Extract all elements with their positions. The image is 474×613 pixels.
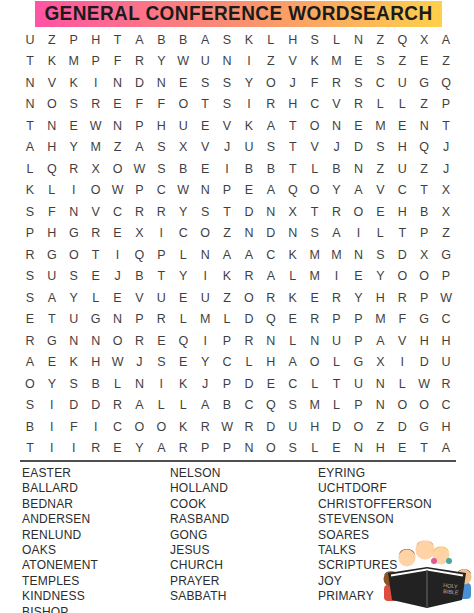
cell-r2c19[interactable]: E	[413, 51, 435, 73]
cell-r11c2[interactable]: G	[41, 244, 63, 266]
cell-r20c9[interactable]: P	[194, 438, 216, 460]
cell-r6c12[interactable]: S	[260, 137, 282, 159]
cell-r2c1[interactable]: T	[19, 51, 41, 73]
cell-r5c3[interactable]: E	[63, 115, 85, 137]
cell-r8c5[interactable]: W	[107, 180, 129, 202]
cell-r12c14[interactable]: M	[304, 266, 326, 288]
cell-r4c13[interactable]: H	[282, 94, 304, 116]
cell-r12c13[interactable]: L	[282, 266, 304, 288]
cell-r19c17[interactable]: Z	[369, 416, 391, 438]
cell-r8c13[interactable]: Q	[282, 180, 304, 202]
cell-r20c12[interactable]: O	[260, 438, 282, 460]
cell-r13c19[interactable]: P	[413, 287, 435, 309]
cell-r10c13[interactable]: N	[282, 223, 304, 245]
cell-r17c3[interactable]: S	[63, 373, 85, 395]
cell-r1c1[interactable]: U	[19, 29, 41, 51]
cell-r14c1[interactable]: E	[19, 309, 41, 331]
cell-r4c18[interactable]: L	[391, 94, 413, 116]
cell-r5c7[interactable]: H	[150, 115, 172, 137]
cell-r14c12[interactable]: Q	[260, 309, 282, 331]
cell-r9c9[interactable]: S	[194, 201, 216, 223]
cell-r15c19[interactable]: H	[413, 330, 435, 352]
cell-r12c16[interactable]: E	[347, 266, 369, 288]
cell-r18c12[interactable]: Q	[260, 395, 282, 417]
cell-r8c19[interactable]: T	[413, 180, 435, 202]
cell-r1c19[interactable]: X	[413, 29, 435, 51]
cell-r18c2[interactable]: I	[41, 395, 63, 417]
cell-r14c7[interactable]: R	[150, 309, 172, 331]
cell-r2c4[interactable]: P	[85, 51, 107, 73]
cell-r9c7[interactable]: R	[150, 201, 172, 223]
cell-r5c2[interactable]: N	[41, 115, 63, 137]
cell-r6c18[interactable]: H	[391, 137, 413, 159]
cell-r3c12[interactable]: O	[260, 72, 282, 94]
cell-r12c17[interactable]: Y	[369, 266, 391, 288]
cell-r19c10[interactable]: W	[216, 416, 238, 438]
cell-r18c6[interactable]: A	[128, 395, 150, 417]
cell-r14c9[interactable]: M	[194, 309, 216, 331]
cell-r4c11[interactable]: I	[238, 94, 260, 116]
cell-r4c17[interactable]: L	[369, 94, 391, 116]
cell-r19c13[interactable]: U	[282, 416, 304, 438]
cell-r20c17[interactable]: H	[369, 438, 391, 460]
cell-r13c18[interactable]: R	[391, 287, 413, 309]
cell-r19c5[interactable]: C	[107, 416, 129, 438]
cell-r1c20[interactable]: A	[435, 29, 457, 51]
cell-r12c10[interactable]: K	[216, 266, 238, 288]
cell-r11c13[interactable]: K	[282, 244, 304, 266]
cell-r4c20[interactable]: P	[435, 94, 457, 116]
cell-r18c15[interactable]: L	[326, 395, 348, 417]
cell-r6c16[interactable]: D	[347, 137, 369, 159]
cell-r20c19[interactable]: T	[413, 438, 435, 460]
cell-r20c3[interactable]: I	[63, 438, 85, 460]
cell-r19c12[interactable]: D	[260, 416, 282, 438]
cell-r14c4[interactable]: G	[85, 309, 107, 331]
cell-r12c11[interactable]: R	[238, 266, 260, 288]
cell-r5c13[interactable]: T	[282, 115, 304, 137]
cell-r17c8[interactable]: K	[172, 373, 194, 395]
cell-r6c14[interactable]: V	[304, 137, 326, 159]
cell-r19c14[interactable]: H	[304, 416, 326, 438]
cell-r9c3[interactable]: N	[63, 201, 85, 223]
cell-r15c12[interactable]: N	[260, 330, 282, 352]
cell-r10c2[interactable]: H	[41, 223, 63, 245]
cell-r5c15[interactable]: N	[326, 115, 348, 137]
cell-r11c4[interactable]: T	[85, 244, 107, 266]
cell-r5c5[interactable]: N	[107, 115, 129, 137]
cell-r16c9[interactable]: Y	[194, 352, 216, 374]
cell-r6c13[interactable]: T	[282, 137, 304, 159]
cell-r3c14[interactable]: F	[304, 72, 326, 94]
cell-r13c7[interactable]: U	[150, 287, 172, 309]
cell-r19c4[interactable]: I	[85, 416, 107, 438]
cell-r15c6[interactable]: R	[128, 330, 150, 352]
cell-r10c15[interactable]: A	[326, 223, 348, 245]
cell-r8c1[interactable]: K	[19, 180, 41, 202]
cell-r2c2[interactable]: K	[41, 51, 63, 73]
cell-r12c3[interactable]: S	[63, 266, 85, 288]
cell-r15c8[interactable]: Q	[172, 330, 194, 352]
cell-r16c6[interactable]: J	[128, 352, 150, 374]
cell-r10c6[interactable]: X	[128, 223, 150, 245]
cell-r4c7[interactable]: F	[150, 94, 172, 116]
cell-r7c9[interactable]: E	[194, 158, 216, 180]
cell-r1c2[interactable]: Z	[41, 29, 63, 51]
cell-r20c10[interactable]: P	[216, 438, 238, 460]
cell-r14c19[interactable]: G	[413, 309, 435, 331]
cell-r13c1[interactable]: S	[19, 287, 41, 309]
cell-r11c11[interactable]: A	[238, 244, 260, 266]
cell-r2c8[interactable]: W	[172, 51, 194, 73]
cell-r15c9[interactable]: I	[194, 330, 216, 352]
cell-r9c13[interactable]: X	[282, 201, 304, 223]
cell-r6c11[interactable]: U	[238, 137, 260, 159]
cell-r3c8[interactable]: E	[172, 72, 194, 94]
cell-r4c6[interactable]: F	[128, 94, 150, 116]
cell-r12c19[interactable]: O	[413, 266, 435, 288]
cell-r19c2[interactable]: I	[41, 416, 63, 438]
cell-r3c5[interactable]: N	[107, 72, 129, 94]
cell-r1c13[interactable]: H	[282, 29, 304, 51]
cell-r10c1[interactable]: P	[19, 223, 41, 245]
cell-r14c18[interactable]: F	[391, 309, 413, 331]
cell-r8c10[interactable]: P	[216, 180, 238, 202]
cell-r12c7[interactable]: T	[150, 266, 172, 288]
cell-r9c20[interactable]: X	[435, 201, 457, 223]
cell-r16c7[interactable]: S	[150, 352, 172, 374]
cell-r15c13[interactable]: L	[282, 330, 304, 352]
cell-r20c11[interactable]: N	[238, 438, 260, 460]
cell-r15c11[interactable]: R	[238, 330, 260, 352]
cell-r10c9[interactable]: O	[194, 223, 216, 245]
cell-r20c7[interactable]: A	[150, 438, 172, 460]
cell-r3c20[interactable]: Q	[435, 72, 457, 94]
cell-r11c17[interactable]: S	[369, 244, 391, 266]
cell-r9c1[interactable]: S	[19, 201, 41, 223]
cell-r13c16[interactable]: Y	[347, 287, 369, 309]
cell-r5c8[interactable]: U	[172, 115, 194, 137]
cell-r17c13[interactable]: C	[282, 373, 304, 395]
cell-r10c5[interactable]: E	[107, 223, 129, 245]
cell-r9c16[interactable]: O	[347, 201, 369, 223]
cell-r1c16[interactable]: N	[347, 29, 369, 51]
cell-r6c5[interactable]: Z	[107, 137, 129, 159]
cell-r12c12[interactable]: A	[260, 266, 282, 288]
cell-r9c10[interactable]: T	[216, 201, 238, 223]
cell-r2c16[interactable]: E	[347, 51, 369, 73]
cell-r14c5[interactable]: N	[107, 309, 129, 331]
cell-r17c4[interactable]: B	[85, 373, 107, 395]
cell-r12c18[interactable]: O	[391, 266, 413, 288]
cell-r3c13[interactable]: J	[282, 72, 304, 94]
cell-r7c10[interactable]: I	[216, 158, 238, 180]
cell-r4c2[interactable]: O	[41, 94, 63, 116]
cell-r19c16[interactable]: O	[347, 416, 369, 438]
cell-r4c4[interactable]: R	[85, 94, 107, 116]
cell-r2c17[interactable]: S	[369, 51, 391, 73]
cell-r18c4[interactable]: D	[85, 395, 107, 417]
cell-r11c15[interactable]: M	[326, 244, 348, 266]
cell-r2c13[interactable]: V	[282, 51, 304, 73]
cell-r8c9[interactable]: N	[194, 180, 216, 202]
cell-r7c17[interactable]: Z	[369, 158, 391, 180]
cell-r9c11[interactable]: D	[238, 201, 260, 223]
cell-r19c3[interactable]: F	[63, 416, 85, 438]
cell-r16c19[interactable]: D	[413, 352, 435, 374]
cell-r6c10[interactable]: J	[216, 137, 238, 159]
cell-r2c15[interactable]: M	[326, 51, 348, 73]
cell-r17c12[interactable]: E	[260, 373, 282, 395]
cell-r18c17[interactable]: N	[369, 395, 391, 417]
cell-r11c19[interactable]: X	[413, 244, 435, 266]
cell-r17c17[interactable]: N	[369, 373, 391, 395]
cell-r6c2[interactable]: H	[41, 137, 63, 159]
cell-r10c12[interactable]: D	[260, 223, 282, 245]
cell-r11c5[interactable]: I	[107, 244, 129, 266]
cell-r2c11[interactable]: I	[238, 51, 260, 73]
cell-r16c17[interactable]: X	[369, 352, 391, 374]
cell-r11c9[interactable]: N	[194, 244, 216, 266]
cell-r1c11[interactable]: K	[238, 29, 260, 51]
cell-r4c9[interactable]: T	[194, 94, 216, 116]
cell-r8c18[interactable]: C	[391, 180, 413, 202]
cell-r16c8[interactable]: E	[172, 352, 194, 374]
cell-r9c18[interactable]: H	[391, 201, 413, 223]
cell-r18c19[interactable]: O	[413, 395, 435, 417]
cell-r7c13[interactable]: T	[282, 158, 304, 180]
cell-r14c14[interactable]: R	[304, 309, 326, 331]
cell-r20c15[interactable]: E	[326, 438, 348, 460]
cell-r13c17[interactable]: H	[369, 287, 391, 309]
cell-r15c15[interactable]: U	[326, 330, 348, 352]
cell-r7c4[interactable]: X	[85, 158, 107, 180]
cell-r10c18[interactable]: T	[391, 223, 413, 245]
cell-r1c7[interactable]: B	[150, 29, 172, 51]
cell-r12c5[interactable]: J	[107, 266, 129, 288]
cell-r8c4[interactable]: O	[85, 180, 107, 202]
cell-r4c10[interactable]: S	[216, 94, 238, 116]
cell-r18c3[interactable]: D	[63, 395, 85, 417]
cell-r13c15[interactable]: R	[326, 287, 348, 309]
cell-r8c14[interactable]: O	[304, 180, 326, 202]
cell-r1c8[interactable]: B	[172, 29, 194, 51]
cell-r6c17[interactable]: S	[369, 137, 391, 159]
cell-r13c20[interactable]: W	[435, 287, 457, 309]
cell-r14c10[interactable]: L	[216, 309, 238, 331]
cell-r10c19[interactable]: P	[413, 223, 435, 245]
cell-r14c6[interactable]: P	[128, 309, 150, 331]
cell-r10c10[interactable]: Z	[216, 223, 238, 245]
cell-r15c4[interactable]: N	[85, 330, 107, 352]
cell-r8c6[interactable]: P	[128, 180, 150, 202]
cell-r10c16[interactable]: I	[347, 223, 369, 245]
cell-r20c20[interactable]: A	[435, 438, 457, 460]
cell-r10c20[interactable]: Z	[435, 223, 457, 245]
cell-r6c7[interactable]: S	[150, 137, 172, 159]
cell-r1c9[interactable]: A	[194, 29, 216, 51]
cell-r3c2[interactable]: V	[41, 72, 63, 94]
cell-r16c4[interactable]: H	[85, 352, 107, 374]
cell-r8c16[interactable]: A	[347, 180, 369, 202]
cell-r14c8[interactable]: L	[172, 309, 194, 331]
cell-r18c8[interactable]: L	[172, 395, 194, 417]
cell-r12c2[interactable]: U	[41, 266, 63, 288]
cell-r11c1[interactable]: R	[19, 244, 41, 266]
cell-r19c20[interactable]: H	[435, 416, 457, 438]
cell-r9c17[interactable]: E	[369, 201, 391, 223]
cell-r13c8[interactable]: E	[172, 287, 194, 309]
cell-r19c8[interactable]: K	[172, 416, 194, 438]
cell-r1c17[interactable]: Z	[369, 29, 391, 51]
cell-r13c6[interactable]: V	[128, 287, 150, 309]
cell-r17c1[interactable]: O	[19, 373, 41, 395]
cell-r9c6[interactable]: R	[128, 201, 150, 223]
cell-r6c3[interactable]: Y	[63, 137, 85, 159]
cell-r14c13[interactable]: E	[282, 309, 304, 331]
cell-r11c14[interactable]: M	[304, 244, 326, 266]
cell-r10c8[interactable]: C	[172, 223, 194, 245]
cell-r10c17[interactable]: L	[369, 223, 391, 245]
cell-r15c7[interactable]: E	[150, 330, 172, 352]
cell-r2c7[interactable]: Y	[150, 51, 172, 73]
cell-r9c15[interactable]: R	[326, 201, 348, 223]
cell-r6c4[interactable]: M	[85, 137, 107, 159]
cell-r3c3[interactable]: K	[63, 72, 85, 94]
cell-r4c12[interactable]: R	[260, 94, 282, 116]
cell-r7c15[interactable]: B	[326, 158, 348, 180]
cell-r18c18[interactable]: O	[391, 395, 413, 417]
cell-r5c10[interactable]: V	[216, 115, 238, 137]
cell-r13c9[interactable]: U	[194, 287, 216, 309]
cell-r5c9[interactable]: E	[194, 115, 216, 137]
cell-r16c15[interactable]: L	[326, 352, 348, 374]
cell-r9c19[interactable]: B	[413, 201, 435, 223]
cell-r2c14[interactable]: K	[304, 51, 326, 73]
cell-r14c3[interactable]: U	[63, 309, 85, 331]
cell-r7c11[interactable]: B	[238, 158, 260, 180]
cell-r20c6[interactable]: Y	[128, 438, 150, 460]
cell-r14c20[interactable]: C	[435, 309, 457, 331]
cell-r5c17[interactable]: M	[369, 115, 391, 137]
cell-r17c14[interactable]: L	[304, 373, 326, 395]
cell-r17c18[interactable]: L	[391, 373, 413, 395]
cell-r19c19[interactable]: G	[413, 416, 435, 438]
cell-r17c20[interactable]: R	[435, 373, 457, 395]
cell-r3c7[interactable]: N	[150, 72, 172, 94]
cell-r13c10[interactable]: Z	[216, 287, 238, 309]
cell-r1c12[interactable]: L	[260, 29, 282, 51]
cell-r15c18[interactable]: V	[391, 330, 413, 352]
cell-r2c20[interactable]: Z	[435, 51, 457, 73]
cell-r7c1[interactable]: L	[19, 158, 41, 180]
cell-r20c14[interactable]: L	[304, 438, 326, 460]
cell-r3c11[interactable]: Y	[238, 72, 260, 94]
cell-r20c13[interactable]: S	[282, 438, 304, 460]
cell-r11c7[interactable]: P	[150, 244, 172, 266]
cell-r20c18[interactable]: E	[391, 438, 413, 460]
cell-r3c1[interactable]: N	[19, 72, 41, 94]
cell-r7c14[interactable]: L	[304, 158, 326, 180]
cell-r14c2[interactable]: T	[41, 309, 63, 331]
cell-r8c17[interactable]: V	[369, 180, 391, 202]
cell-r20c5[interactable]: E	[107, 438, 129, 460]
cell-r17c5[interactable]: L	[107, 373, 129, 395]
cell-r18c11[interactable]: C	[238, 395, 260, 417]
cell-r8c8[interactable]: W	[172, 180, 194, 202]
cell-r19c11[interactable]: R	[238, 416, 260, 438]
cell-r6c19[interactable]: Q	[413, 137, 435, 159]
cell-r6c20[interactable]: J	[435, 137, 457, 159]
cell-r13c11[interactable]: O	[238, 287, 260, 309]
cell-r13c4[interactable]: L	[85, 287, 107, 309]
cell-r18c5[interactable]: R	[107, 395, 129, 417]
cell-r15c17[interactable]: A	[369, 330, 391, 352]
cell-r7c7[interactable]: S	[150, 158, 172, 180]
cell-r9c14[interactable]: T	[304, 201, 326, 223]
cell-r7c18[interactable]: U	[391, 158, 413, 180]
cell-r16c14[interactable]: O	[304, 352, 326, 374]
cell-r16c16[interactable]: G	[347, 352, 369, 374]
cell-r11c10[interactable]: A	[216, 244, 238, 266]
cell-r16c10[interactable]: C	[216, 352, 238, 374]
cell-r7c3[interactable]: R	[63, 158, 85, 180]
cell-r17c15[interactable]: T	[326, 373, 348, 395]
cell-r11c3[interactable]: O	[63, 244, 85, 266]
cell-r2c5[interactable]: F	[107, 51, 129, 73]
cell-r8c7[interactable]: C	[150, 180, 172, 202]
cell-r3c17[interactable]: C	[369, 72, 391, 94]
cell-r7c20[interactable]: J	[435, 158, 457, 180]
cell-r19c18[interactable]: D	[391, 416, 413, 438]
cell-r20c8[interactable]: R	[172, 438, 194, 460]
cell-r1c4[interactable]: H	[85, 29, 107, 51]
cell-r6c15[interactable]: J	[326, 137, 348, 159]
cell-r19c15[interactable]: D	[326, 416, 348, 438]
cell-r18c16[interactable]: P	[347, 395, 369, 417]
cell-r4c16[interactable]: R	[347, 94, 369, 116]
cell-r5c19[interactable]: N	[413, 115, 435, 137]
cell-r14c16[interactable]: P	[347, 309, 369, 331]
cell-r18c9[interactable]: A	[194, 395, 216, 417]
cell-r12c8[interactable]: Y	[172, 266, 194, 288]
cell-r4c15[interactable]: V	[326, 94, 348, 116]
cell-r19c9[interactable]: R	[194, 416, 216, 438]
cell-r1c5[interactable]: T	[107, 29, 129, 51]
cell-r18c14[interactable]: M	[304, 395, 326, 417]
cell-r8c2[interactable]: L	[41, 180, 63, 202]
cell-r15c16[interactable]: P	[347, 330, 369, 352]
cell-r19c1[interactable]: B	[19, 416, 41, 438]
cell-r9c12[interactable]: N	[260, 201, 282, 223]
cell-r1c10[interactable]: S	[216, 29, 238, 51]
cell-r17c16[interactable]: U	[347, 373, 369, 395]
cell-r17c9[interactable]: J	[194, 373, 216, 395]
cell-r3c16[interactable]: S	[347, 72, 369, 94]
cell-r12c15[interactable]: I	[326, 266, 348, 288]
cell-r11c16[interactable]: N	[347, 244, 369, 266]
cell-r13c3[interactable]: Y	[63, 287, 85, 309]
cell-r15c14[interactable]: N	[304, 330, 326, 352]
cell-r2c3[interactable]: M	[63, 51, 85, 73]
cell-r10c4[interactable]: R	[85, 223, 107, 245]
cell-r13c12[interactable]: R	[260, 287, 282, 309]
cell-r3c9[interactable]: S	[194, 72, 216, 94]
cell-r12c9[interactable]: I	[194, 266, 216, 288]
cell-r11c8[interactable]: L	[172, 244, 194, 266]
cell-r18c7[interactable]: L	[150, 395, 172, 417]
cell-r15c3[interactable]: N	[63, 330, 85, 352]
